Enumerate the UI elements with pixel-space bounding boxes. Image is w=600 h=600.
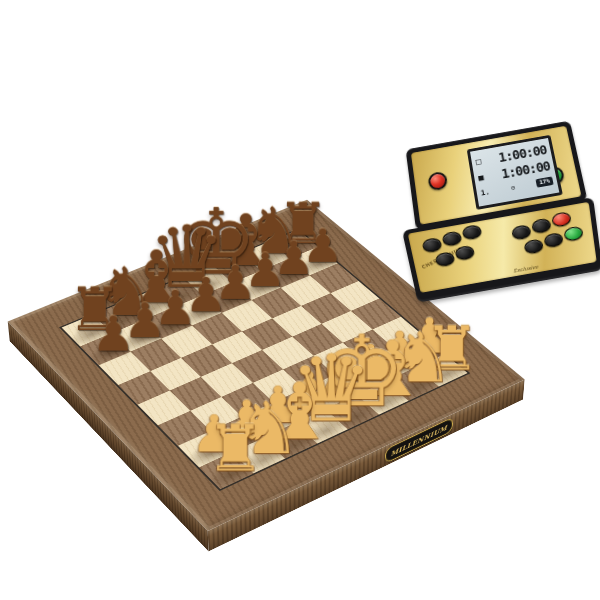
square-a1[interactable]: ♜: [199, 452, 253, 489]
keypad-button-red[interactable]: [551, 211, 572, 228]
keypad-button-8[interactable]: [523, 238, 544, 254]
dial-icon: ⊙: [510, 184, 515, 192]
keypad-button-9[interactable]: [543, 232, 563, 248]
chess-clock-module: □ 1:00:00 ■ 1:00:00 1. ⊙ 17% CHE: [385, 110, 600, 312]
keypad-button-2[interactable]: [441, 230, 462, 246]
piece-white-rook-a1[interactable]: ♜: [207, 416, 265, 480]
status-badge: 17%: [536, 177, 554, 188]
keypad-button-6[interactable]: [511, 224, 532, 240]
clock-lcd: □ 1:00:00 ■ 1:00:00 1. ⊙ 17%: [467, 135, 563, 210]
keypad-button-7[interactable]: [531, 218, 552, 235]
keypad-button-green[interactable]: [563, 225, 583, 241]
keypad-button-4[interactable]: [434, 251, 455, 267]
red-button-display[interactable]: [427, 171, 448, 192]
keypad-button-3[interactable]: [461, 224, 482, 241]
move-number: 1.: [480, 188, 490, 198]
piece-black-pawn-a7[interactable]: ♟: [92, 309, 135, 357]
keypad-button-1[interactable]: [421, 237, 442, 253]
model-label: Exclusive: [513, 264, 539, 274]
product-scene: MILLENNIUM ♜♞♝♛♚♝♞♜♟♟♟♟♟♟♟♟♟♟♟♟♟♟♟♟♜♞♝♛♚…: [0, 0, 600, 600]
